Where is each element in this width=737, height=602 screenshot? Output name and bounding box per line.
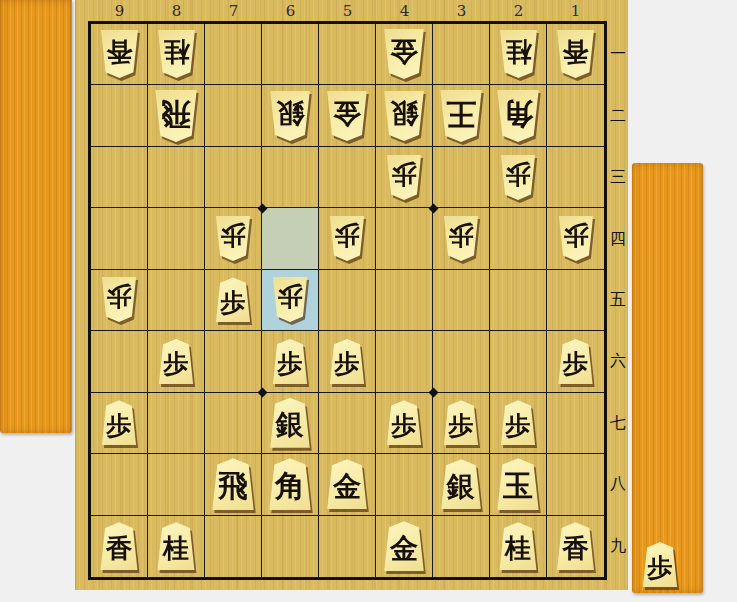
shogi-piece-sente[interactable]: 香 [99, 522, 140, 570]
piece-kanji: 銀 [268, 91, 312, 141]
board-cell-5九[interactable] [319, 516, 376, 577]
shogi-piece-gote[interactable]: 歩 [442, 216, 480, 261]
shogi-piece-sente[interactable]: 歩 [328, 339, 366, 384]
shogi-piece-sente[interactable]: 銀 [268, 398, 312, 448]
rank-label-六: 六 [607, 331, 629, 392]
board-cell-3二[interactable]: 王 [433, 85, 490, 146]
file-label-4: 4 [376, 1, 433, 21]
board-cell-9五[interactable]: 歩 [91, 270, 148, 331]
shogi-piece-sente[interactable]: 飛 [210, 458, 256, 510]
board-cell-1八[interactable] [547, 454, 604, 515]
board-cell-2九[interactable]: 桂 [490, 516, 547, 577]
shogi-piece-sente[interactable]: 玉 [495, 458, 541, 510]
piece-kanji: 歩 [499, 400, 537, 445]
board-cell-2五[interactable] [490, 270, 547, 331]
shogi-piece-gote[interactable]: 桂 [498, 30, 539, 78]
board-cell-3八[interactable]: 銀 [433, 454, 490, 515]
board-cell-3六[interactable] [433, 331, 490, 392]
board-cell-9四[interactable] [91, 208, 148, 269]
shogi-piece-gote[interactable]: 銀 [268, 91, 312, 141]
sente-hand-tray: 歩 [632, 163, 703, 593]
piece-kanji: 歩 [641, 542, 679, 587]
shogi-piece-sente[interactable]: 歩 [157, 339, 195, 384]
file-label-2: 2 [490, 1, 547, 21]
piece-kanji: 角 [495, 90, 541, 142]
file-label-1: 1 [547, 1, 604, 21]
board-cell-3七[interactable]: 歩 [433, 393, 490, 454]
board-cell-4五[interactable] [376, 270, 433, 331]
board-cell-6七[interactable]: 銀 [262, 393, 319, 454]
piece-kanji: 香 [99, 522, 140, 570]
piece-kanji: 歩 [271, 277, 309, 322]
shogi-piece-sente[interactable]: 歩 [214, 277, 252, 322]
shogi-piece-gote[interactable]: 歩 [557, 216, 595, 261]
shogi-piece-gote[interactable]: 歩 [328, 216, 366, 261]
file-label-9: 9 [91, 1, 148, 21]
shogi-piece-sente[interactable]: 歩 [385, 400, 423, 445]
board-cell-7四[interactable]: 歩 [205, 208, 262, 269]
shogi-piece-sente[interactable]: 桂 [498, 522, 539, 570]
board-cell-8二[interactable]: 飛 [148, 85, 205, 146]
piece-kanji: 飛 [153, 90, 199, 142]
board-cell-2六[interactable] [490, 331, 547, 392]
board-cell-2一[interactable]: 桂 [490, 24, 547, 85]
shogi-piece-sente[interactable]: 金 [325, 459, 369, 509]
file-label-6: 6 [262, 1, 319, 21]
piece-kanji: 歩 [214, 216, 252, 261]
shogi-piece-sente[interactable]: 歩 [100, 400, 138, 445]
rank-label-八: 八 [607, 454, 629, 515]
shogi-piece-gote[interactable]: 香 [555, 30, 596, 78]
shogi-piece-sente[interactable]: 歩 [271, 339, 309, 384]
piece-kanji: 歩 [157, 339, 195, 384]
board-cell-7九[interactable] [205, 516, 262, 577]
shogi-piece-gote[interactable]: 飛 [153, 90, 199, 142]
piece-kanji: 歩 [385, 155, 423, 200]
board-cell-4一[interactable]: 金 [376, 24, 433, 85]
board-cell-7一[interactable] [205, 24, 262, 85]
rank-label-七: 七 [607, 393, 629, 454]
board-cell-8七[interactable] [148, 393, 205, 454]
piece-kanji: 玉 [495, 458, 541, 510]
piece-kanji: 歩 [557, 216, 595, 261]
board-cell-2七[interactable]: 歩 [490, 393, 547, 454]
rank-label-五: 五 [607, 270, 629, 331]
piece-kanji: 歩 [499, 155, 537, 200]
rank-label-三: 三 [607, 147, 629, 208]
piece-kanji: 桂 [498, 30, 539, 78]
piece-kanji: 飛 [210, 458, 256, 510]
board-cell-5八[interactable]: 金 [319, 454, 376, 515]
board-cell-9六[interactable] [91, 331, 148, 392]
board-cell-4九[interactable]: 金 [376, 516, 433, 577]
shogi-piece-sente[interactable]: 歩 [499, 400, 537, 445]
board-cell-1六[interactable]: 歩 [547, 331, 604, 392]
shogi-piece-gote[interactable]: 桂 [156, 30, 197, 78]
piece-kanji: 金 [325, 91, 369, 141]
shogi-piece-sente[interactable]: 歩 [442, 400, 480, 445]
piece-kanji: 歩 [214, 277, 252, 322]
file-label-3: 3 [433, 1, 490, 21]
board-cell-1九[interactable]: 香 [547, 516, 604, 577]
piece-kanji: 香 [555, 30, 596, 78]
board-cell-5四[interactable]: 歩 [319, 208, 376, 269]
file-coordinate-labels: 987654321 [91, 1, 604, 21]
piece-kanji: 銀 [382, 91, 426, 141]
board-cell-3一[interactable] [433, 24, 490, 85]
board-cell-2二[interactable]: 角 [490, 85, 547, 146]
piece-kanji: 歩 [442, 400, 480, 445]
board-cell-4二[interactable]: 銀 [376, 85, 433, 146]
board-cell-4三[interactable]: 歩 [376, 147, 433, 208]
board-cell-1三[interactable] [547, 147, 604, 208]
board-cell-8六[interactable]: 歩 [148, 331, 205, 392]
shogi-piece-sente[interactable]: 桂 [156, 522, 197, 570]
shogi-board-grid: 香桂金桂香飛銀金銀王角歩歩歩歩歩歩歩歩歩歩歩歩歩歩銀歩歩歩飛角金銀玉香桂金桂香 [88, 21, 607, 580]
board-cell-8九[interactable]: 桂 [148, 516, 205, 577]
board-cell-6八[interactable]: 角 [262, 454, 319, 515]
board-cell-4四[interactable] [376, 208, 433, 269]
board-cell-9七[interactable]: 歩 [91, 393, 148, 454]
piece-kanji: 桂 [156, 30, 197, 78]
rank-coordinate-labels: 一二三四五六七八九 [607, 24, 629, 577]
board-cell-6四[interactable] [262, 208, 319, 269]
board-cell-6九[interactable] [262, 516, 319, 577]
board-cell-4七[interactable]: 歩 [376, 393, 433, 454]
piece-kanji: 歩 [442, 216, 480, 261]
piece-kanji: 歩 [385, 400, 423, 445]
piece-kanji: 金 [382, 29, 426, 79]
shogi-piece-sente[interactable]: 金 [382, 521, 426, 571]
board-cell-6二[interactable]: 銀 [262, 85, 319, 146]
rank-label-二: 二 [607, 85, 629, 146]
piece-kanji: 金 [382, 521, 426, 571]
board-cell-5七[interactable] [319, 393, 376, 454]
piece-kanji: 歩 [100, 277, 138, 322]
board-cell-7六[interactable] [205, 331, 262, 392]
piece-kanji: 香 [99, 30, 140, 78]
board-cell-1四[interactable]: 歩 [547, 208, 604, 269]
shogi-piece-gote[interactable]: 香 [99, 30, 140, 78]
board-cell-8八[interactable] [148, 454, 205, 515]
board-cell-6三[interactable] [262, 147, 319, 208]
piece-kanji: 歩 [271, 339, 309, 384]
rank-label-四: 四 [607, 208, 629, 269]
board-cell-5一[interactable] [319, 24, 376, 85]
board-cell-6六[interactable]: 歩 [262, 331, 319, 392]
file-label-5: 5 [319, 1, 376, 21]
board-cell-5三[interactable] [319, 147, 376, 208]
piece-kanji: 歩 [328, 216, 366, 261]
piece-kanji: 香 [555, 522, 596, 570]
board-cell-9一[interactable]: 香 [91, 24, 148, 85]
board-cell-3五[interactable] [433, 270, 490, 331]
rank-label-一: 一 [607, 24, 629, 85]
board-cell-9九[interactable]: 香 [91, 516, 148, 577]
board-cell-3三[interactable] [433, 147, 490, 208]
board-cell-8四[interactable] [148, 208, 205, 269]
shogi-piece-gote[interactable]: 歩 [214, 216, 252, 261]
piece-kanji: 桂 [498, 522, 539, 570]
board-cell-5六[interactable]: 歩 [319, 331, 376, 392]
board-cell-1一[interactable]: 香 [547, 24, 604, 85]
shogi-piece-gote[interactable]: 歩 [271, 277, 309, 322]
board-cell-4六[interactable] [376, 331, 433, 392]
board-cell-7八[interactable]: 飛 [205, 454, 262, 515]
shogi-piece-sente[interactable]: 銀 [439, 459, 483, 509]
gote-hand-tray [0, 0, 72, 433]
shogi-piece-gote[interactable]: 角 [495, 90, 541, 142]
board-cell-7二[interactable] [205, 85, 262, 146]
board-cell-3四[interactable]: 歩 [433, 208, 490, 269]
hand-piece-sente[interactable]: 歩 [641, 542, 679, 587]
shogi-piece-gote[interactable]: 金 [325, 91, 369, 141]
shogi-piece-gote[interactable]: 歩 [385, 155, 423, 200]
board-cell-1七[interactable] [547, 393, 604, 454]
shogi-piece-sente[interactable]: 歩 [557, 339, 595, 384]
board-cell-8三[interactable] [148, 147, 205, 208]
board-cell-6五[interactable]: 歩 [262, 270, 319, 331]
board-cell-9二[interactable] [91, 85, 148, 146]
shogi-piece-gote[interactable]: 歩 [100, 277, 138, 322]
board-cell-6一[interactable] [262, 24, 319, 85]
board-cell-4八[interactable] [376, 454, 433, 515]
piece-kanji: 歩 [328, 339, 366, 384]
board-cell-3九[interactable] [433, 516, 490, 577]
board-cell-7五[interactable]: 歩 [205, 270, 262, 331]
board-cell-9八[interactable] [91, 454, 148, 515]
shogi-app: 歩 987654321 一二三四五六七八九 香桂金桂香飛銀金銀王角歩歩歩歩歩歩歩… [0, 0, 737, 602]
shogi-piece-sente[interactable]: 角 [267, 458, 313, 510]
board-cell-5二[interactable]: 金 [319, 85, 376, 146]
board-cell-1二[interactable] [547, 85, 604, 146]
shogi-piece-gote[interactable]: 歩 [499, 155, 537, 200]
board-cell-1五[interactable] [547, 270, 604, 331]
board-cell-5五[interactable] [319, 270, 376, 331]
piece-kanji: 銀 [439, 459, 483, 509]
shogi-piece-gote[interactable]: 王 [438, 90, 484, 142]
piece-kanji: 王 [438, 90, 484, 142]
piece-kanji: 桂 [156, 522, 197, 570]
board-cell-8五[interactable] [148, 270, 205, 331]
shogi-piece-sente[interactable]: 香 [555, 522, 596, 570]
shogi-piece-gote[interactable]: 金 [382, 29, 426, 79]
board-cell-8一[interactable]: 桂 [148, 24, 205, 85]
piece-kanji: 角 [267, 458, 313, 510]
board-cell-9三[interactable] [91, 147, 148, 208]
piece-kanji: 歩 [557, 339, 595, 384]
file-label-8: 8 [148, 1, 205, 21]
board-cell-7三[interactable] [205, 147, 262, 208]
piece-kanji: 金 [325, 459, 369, 509]
board-cell-2四[interactable] [490, 208, 547, 269]
board-cell-2八[interactable]: 玉 [490, 454, 547, 515]
file-label-7: 7 [205, 1, 262, 21]
shogi-piece-gote[interactable]: 銀 [382, 91, 426, 141]
rank-label-九: 九 [607, 516, 629, 577]
board-cell-7七[interactable] [205, 393, 262, 454]
piece-kanji: 銀 [268, 398, 312, 448]
piece-kanji: 歩 [100, 400, 138, 445]
board-cell-2三[interactable]: 歩 [490, 147, 547, 208]
